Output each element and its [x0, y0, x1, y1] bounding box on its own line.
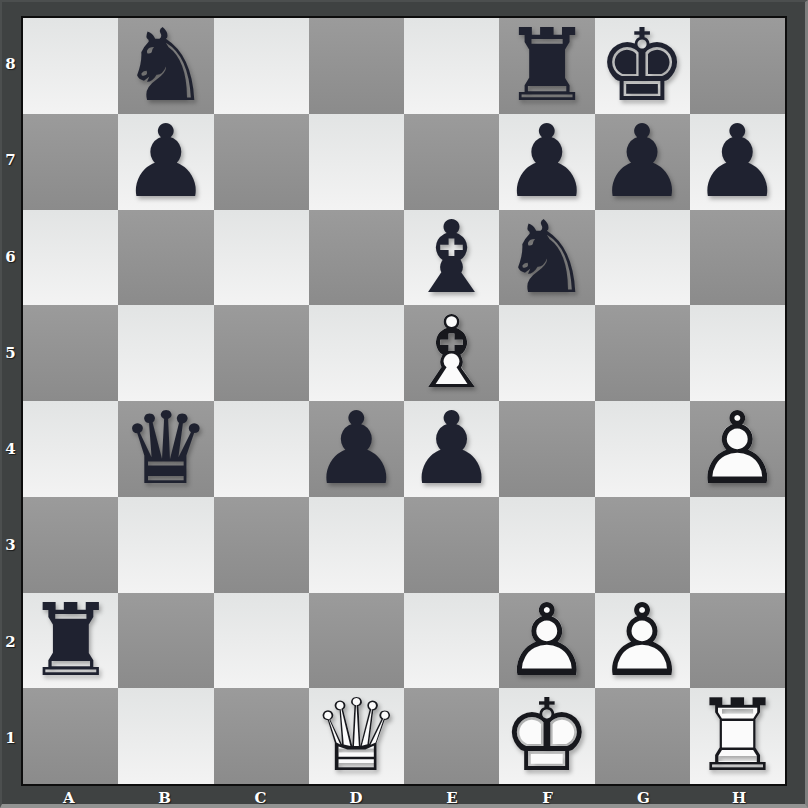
square-a8[interactable] [23, 18, 118, 114]
rank-labels: 87654321 [0, 16, 21, 786]
black-piece-glyph: ♛ [118, 401, 213, 497]
square-g1[interactable] [595, 688, 690, 784]
piece-black-pawn-f7[interactable]: ♟ [499, 114, 594, 210]
square-h6[interactable] [690, 210, 785, 306]
piece-black-queen-b4[interactable]: ♛ [118, 401, 213, 497]
square-c8[interactable] [214, 18, 309, 114]
square-e8[interactable] [404, 18, 499, 114]
file-label-b: B [117, 787, 213, 808]
square-h2[interactable] [690, 593, 785, 689]
square-b8[interactable]: ♞ [118, 18, 213, 114]
piece-black-pawn-e4[interactable]: ♟ [404, 401, 499, 497]
square-g5[interactable] [595, 305, 690, 401]
piece-black-pawn-h7[interactable]: ♟ [690, 114, 785, 210]
square-b7[interactable]: ♟ [118, 114, 213, 210]
square-d8[interactable] [309, 18, 404, 114]
square-h7[interactable]: ♟ [690, 114, 785, 210]
square-e5[interactable]: ♝♗ [404, 305, 499, 401]
square-f3[interactable] [499, 497, 594, 593]
piece-white-pawn-h4[interactable]: ♟♙ [690, 401, 785, 497]
square-h5[interactable] [690, 305, 785, 401]
square-f4[interactable] [499, 401, 594, 497]
square-d5[interactable] [309, 305, 404, 401]
black-piece-glyph: ♟ [404, 401, 499, 497]
piece-white-rook-h1[interactable]: ♜♖ [690, 688, 785, 784]
square-f5[interactable] [499, 305, 594, 401]
white-piece-outline: ♕ [309, 688, 404, 784]
piece-white-queen-d1[interactable]: ♛♕ [309, 688, 404, 784]
square-h1[interactable]: ♜♖ [690, 688, 785, 784]
black-piece-glyph: ♞ [118, 18, 213, 114]
white-piece-outline: ♙ [690, 401, 785, 497]
square-c2[interactable] [214, 593, 309, 689]
square-e6[interactable]: ♝ [404, 210, 499, 306]
rank-label-1: 1 [0, 690, 21, 786]
square-e3[interactable] [404, 497, 499, 593]
square-e4[interactable]: ♟ [404, 401, 499, 497]
square-c6[interactable] [214, 210, 309, 306]
white-piece-outline: ♙ [499, 593, 594, 689]
black-piece-glyph: ♚ [595, 18, 690, 114]
square-d1[interactable]: ♛♕ [309, 688, 404, 784]
square-h8[interactable] [690, 18, 785, 114]
square-b5[interactable] [118, 305, 213, 401]
black-piece-glyph: ♜ [23, 593, 118, 689]
square-h3[interactable] [690, 497, 785, 593]
piece-black-rook-f8[interactable]: ♜ [499, 18, 594, 114]
square-d7[interactable] [309, 114, 404, 210]
file-label-a: A [21, 787, 117, 808]
rank-label-7: 7 [0, 112, 21, 208]
square-b2[interactable] [118, 593, 213, 689]
file-label-g: G [596, 787, 692, 808]
chess-board[interactable]: ♞♜♚♟♟♟♟♝♞♝♗♛♟♟♟♙♜♟♙♟♙♛♕♚♔♜♖ [21, 16, 787, 786]
black-piece-glyph: ♟ [595, 114, 690, 210]
black-piece-glyph: ♜ [499, 18, 594, 114]
black-piece-glyph: ♟ [690, 114, 785, 210]
square-c7[interactable] [214, 114, 309, 210]
square-a4[interactable] [23, 401, 118, 497]
white-piece-outline: ♗ [404, 305, 499, 401]
square-a5[interactable] [23, 305, 118, 401]
square-a6[interactable] [23, 210, 118, 306]
square-d4[interactable]: ♟ [309, 401, 404, 497]
rank-label-8: 8 [0, 16, 21, 112]
square-f8[interactable]: ♜ [499, 18, 594, 114]
piece-white-bishop-e5[interactable]: ♝♗ [404, 305, 499, 401]
black-piece-glyph: ♟ [309, 401, 404, 497]
chess-app: 87654321 ABCDEFGH ♞♜♚♟♟♟♟♝♞♝♗♛♟♟♟♙♜♟♙♟♙♛… [0, 0, 808, 808]
square-f2[interactable]: ♟♙ [499, 593, 594, 689]
square-b6[interactable] [118, 210, 213, 306]
black-piece-glyph: ♝ [404, 210, 499, 306]
square-e1[interactable] [404, 688, 499, 784]
square-e2[interactable] [404, 593, 499, 689]
piece-black-pawn-d4[interactable]: ♟ [309, 401, 404, 497]
square-a7[interactable] [23, 114, 118, 210]
square-e7[interactable] [404, 114, 499, 210]
square-b1[interactable] [118, 688, 213, 784]
rank-label-4: 4 [0, 401, 21, 497]
piece-white-pawn-f2[interactable]: ♟♙ [499, 593, 594, 689]
rank-label-3: 3 [0, 497, 21, 593]
piece-white-king-f1[interactable]: ♚♔ [499, 688, 594, 784]
black-piece-glyph: ♟ [499, 114, 594, 210]
white-piece-outline: ♙ [595, 593, 690, 689]
square-b3[interactable] [118, 497, 213, 593]
square-f1[interactable]: ♚♔ [499, 688, 594, 784]
file-label-c: C [213, 787, 309, 808]
white-piece-outline: ♔ [499, 688, 594, 784]
square-a3[interactable] [23, 497, 118, 593]
square-g7[interactable]: ♟ [595, 114, 690, 210]
piece-black-pawn-g7[interactable]: ♟ [595, 114, 690, 210]
square-c3[interactable] [214, 497, 309, 593]
square-c1[interactable] [214, 688, 309, 784]
square-g2[interactable]: ♟♙ [595, 593, 690, 689]
white-piece-outline: ♖ [690, 688, 785, 784]
square-d3[interactable] [309, 497, 404, 593]
rank-label-6: 6 [0, 209, 21, 305]
square-f7[interactable]: ♟ [499, 114, 594, 210]
square-f6[interactable]: ♞ [499, 210, 594, 306]
square-g4[interactable] [595, 401, 690, 497]
square-d6[interactable] [309, 210, 404, 306]
piece-black-knight-f6[interactable]: ♞ [499, 210, 594, 306]
square-g6[interactable] [595, 210, 690, 306]
piece-white-pawn-g2[interactable]: ♟♙ [595, 593, 690, 689]
square-a1[interactable] [23, 688, 118, 784]
piece-black-pawn-b7[interactable]: ♟ [118, 114, 213, 210]
square-c5[interactable] [214, 305, 309, 401]
square-b4[interactable]: ♛ [118, 401, 213, 497]
square-h4[interactable]: ♟♙ [690, 401, 785, 497]
piece-black-king-g8[interactable]: ♚ [595, 18, 690, 114]
piece-black-rook-a2[interactable]: ♜ [23, 593, 118, 689]
rank-label-2: 2 [0, 594, 21, 690]
file-label-e: E [404, 787, 500, 808]
file-labels: ABCDEFGH [21, 787, 787, 808]
square-c4[interactable] [214, 401, 309, 497]
square-g8[interactable]: ♚ [595, 18, 690, 114]
rank-label-5: 5 [0, 305, 21, 401]
square-g3[interactable] [595, 497, 690, 593]
square-d2[interactable] [309, 593, 404, 689]
black-piece-glyph: ♟ [118, 114, 213, 210]
black-piece-glyph: ♞ [499, 210, 594, 306]
piece-black-bishop-e6[interactable]: ♝ [404, 210, 499, 306]
piece-black-knight-b8[interactable]: ♞ [118, 18, 213, 114]
square-a2[interactable]: ♜ [23, 593, 118, 689]
